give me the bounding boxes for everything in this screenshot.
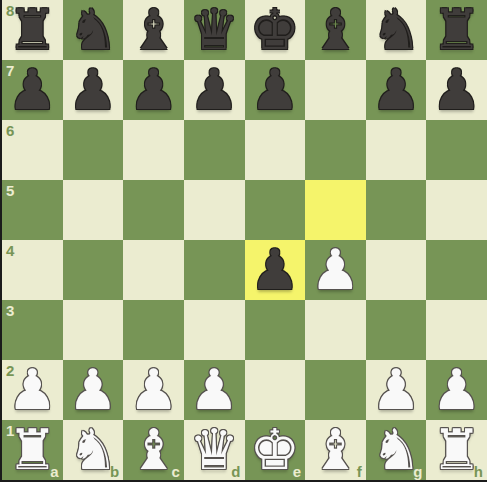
square-e6[interactable] [245,120,306,180]
black-rook-icon[interactable]: ♜ [7,0,57,60]
square-f5[interactable] [305,180,366,240]
white-bishop-icon[interactable]: ♝ [310,420,360,480]
square-e8[interactable]: ♚ [245,0,306,60]
white-pawn-icon[interactable]: ♟ [128,360,178,420]
white-pawn-icon[interactable]: ♟ [310,240,360,300]
square-c1[interactable]: c♝ [123,420,184,480]
square-g2[interactable]: ♟ [366,360,427,420]
white-rook-icon[interactable]: ♜ [7,420,57,480]
board-column: 8♜♞♝♛♚♝♞♜7♟♟♟♟♟♟♟654♟♟32♟♟♟♟♟♟1a♜b♞c♝d♛e… [2,0,487,482]
square-d1[interactable]: d♛ [184,420,245,480]
square-b6[interactable] [63,120,124,180]
square-c6[interactable] [123,120,184,180]
white-rook-icon[interactable]: ♜ [432,420,482,480]
square-h8[interactable]: ♜ [426,0,487,60]
square-c8[interactable]: ♝ [123,0,184,60]
square-f4[interactable]: ♟ [305,240,366,300]
white-pawn-icon[interactable]: ♟ [7,360,57,420]
square-a5[interactable]: 5 [2,180,63,240]
square-b4[interactable] [63,240,124,300]
black-pawn-icon[interactable]: ♟ [68,60,118,120]
square-e1[interactable]: e♚ [245,420,306,480]
square-d7[interactable]: ♟ [184,60,245,120]
square-a3[interactable]: 3 [2,300,63,360]
white-pawn-icon[interactable]: ♟ [68,360,118,420]
square-f8[interactable]: ♝ [305,0,366,60]
square-h2[interactable]: ♟ [426,360,487,420]
square-d5[interactable] [184,180,245,240]
black-bishop-icon[interactable]: ♝ [310,0,360,60]
rank-label-5: 5 [6,183,14,198]
square-h6[interactable] [426,120,487,180]
square-h7[interactable]: ♟ [426,60,487,120]
white-pawn-icon[interactable]: ♟ [432,360,482,420]
square-g1[interactable]: g♞ [366,420,427,480]
white-pawn-icon[interactable]: ♟ [371,360,421,420]
square-c5[interactable] [123,180,184,240]
square-e4[interactable]: ♟ [245,240,306,300]
square-a1[interactable]: 1a♜ [2,420,63,480]
square-d3[interactable] [184,300,245,360]
square-b3[interactable] [63,300,124,360]
square-a4[interactable]: 4 [2,240,63,300]
square-c3[interactable] [123,300,184,360]
square-f1[interactable]: f♝ [305,420,366,480]
square-d6[interactable] [184,120,245,180]
black-pawn-icon[interactable]: ♟ [432,60,482,120]
square-d8[interactable]: ♛ [184,0,245,60]
black-bishop-icon[interactable]: ♝ [128,0,178,60]
square-e5[interactable] [245,180,306,240]
chess-board: 8♜♞♝♛♚♝♞♜7♟♟♟♟♟♟♟654♟♟32♟♟♟♟♟♟1a♜b♞c♝d♛e… [2,0,487,480]
square-f2[interactable] [305,360,366,420]
square-f7[interactable] [305,60,366,120]
square-g7[interactable]: ♟ [366,60,427,120]
square-g8[interactable]: ♞ [366,0,427,60]
square-h5[interactable] [426,180,487,240]
square-a6[interactable]: 6 [2,120,63,180]
white-knight-icon[interactable]: ♞ [371,420,421,480]
chess-board-window: 8♜♞♝♛♚♝♞♜7♟♟♟♟♟♟♟654♟♟32♟♟♟♟♟♟1a♜b♞c♝d♛e… [0,0,487,482]
square-c4[interactable] [123,240,184,300]
black-king-icon[interactable]: ♚ [250,0,300,60]
square-g6[interactable] [366,120,427,180]
rank-label-6: 6 [6,123,14,138]
black-pawn-icon[interactable]: ♟ [7,60,57,120]
square-a2[interactable]: 2♟ [2,360,63,420]
black-pawn-icon[interactable]: ♟ [250,240,300,300]
square-g3[interactable] [366,300,427,360]
white-knight-icon[interactable]: ♞ [68,420,118,480]
square-d4[interactable] [184,240,245,300]
square-a8[interactable]: 8♜ [2,0,63,60]
square-g5[interactable] [366,180,427,240]
square-f6[interactable] [305,120,366,180]
black-knight-icon[interactable]: ♞ [68,0,118,60]
square-e7[interactable]: ♟ [245,60,306,120]
white-king-icon[interactable]: ♚ [250,420,300,480]
square-h4[interactable] [426,240,487,300]
square-e3[interactable] [245,300,306,360]
black-pawn-icon[interactable]: ♟ [189,60,239,120]
rank-label-3: 3 [6,303,14,318]
square-b5[interactable] [63,180,124,240]
black-pawn-icon[interactable]: ♟ [371,60,421,120]
square-b8[interactable]: ♞ [63,0,124,60]
white-bishop-icon[interactable]: ♝ [128,420,178,480]
square-e2[interactable] [245,360,306,420]
black-pawn-icon[interactable]: ♟ [128,60,178,120]
square-c2[interactable]: ♟ [123,360,184,420]
black-pawn-icon[interactable]: ♟ [250,60,300,120]
square-b2[interactable]: ♟ [63,360,124,420]
black-knight-icon[interactable]: ♞ [371,0,421,60]
rank-label-4: 4 [6,243,14,258]
square-d2[interactable]: ♟ [184,360,245,420]
white-pawn-icon[interactable]: ♟ [189,360,239,420]
square-b1[interactable]: b♞ [63,420,124,480]
black-queen-icon[interactable]: ♛ [189,0,239,60]
square-a7[interactable]: 7♟ [2,60,63,120]
white-queen-icon[interactable]: ♛ [189,420,239,480]
square-g4[interactable] [366,240,427,300]
square-c7[interactable]: ♟ [123,60,184,120]
square-h1[interactable]: h♜ [426,420,487,480]
square-b7[interactable]: ♟ [63,60,124,120]
black-rook-icon[interactable]: ♜ [432,0,482,60]
square-h3[interactable] [426,300,487,360]
square-f3[interactable] [305,300,366,360]
